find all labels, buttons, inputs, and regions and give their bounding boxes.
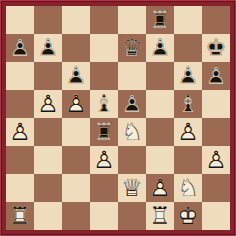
square-g3[interactable] (174, 146, 202, 174)
pawn-glyph-outline: ♙ (202, 62, 230, 90)
knight-glyph-fill: ♞ (118, 118, 146, 146)
pawn-glyph-outline: ♙ (202, 146, 230, 174)
pawn-glyph-fill: ♟ (174, 62, 202, 90)
square-g4[interactable]: ♟♙ (174, 118, 202, 146)
square-d2[interactable] (90, 174, 118, 202)
square-a3[interactable] (6, 146, 34, 174)
square-c2[interactable] (62, 174, 90, 202)
piece-white-pawn: ♟♙ (34, 90, 62, 118)
square-h6[interactable]: ♟♙ (202, 62, 230, 90)
square-f7[interactable]: ♟♙ (146, 34, 174, 62)
pawn-glyph-fill: ♟ (34, 90, 62, 118)
piece-white-pawn: ♟♙ (202, 146, 230, 174)
pawn-glyph-outline: ♙ (146, 34, 174, 62)
square-f4[interactable] (146, 118, 174, 146)
square-e1[interactable] (118, 202, 146, 230)
square-h3[interactable]: ♟♙ (202, 146, 230, 174)
pawn-glyph-outline: ♙ (90, 146, 118, 174)
pawn-glyph-outline: ♙ (146, 174, 174, 202)
rook-glyph-fill: ♜ (90, 118, 118, 146)
pawn-glyph-outline: ♙ (34, 90, 62, 118)
square-b4[interactable] (34, 118, 62, 146)
square-f3[interactable] (146, 146, 174, 174)
pawn-glyph-fill: ♟ (6, 34, 34, 62)
king-glyph-fill: ♚ (202, 34, 230, 62)
piece-black-bishop: ♝♗ (90, 90, 118, 118)
square-a8[interactable] (6, 6, 34, 34)
square-b2[interactable] (34, 174, 62, 202)
square-h2[interactable] (202, 174, 230, 202)
bishop-glyph-fill: ♝ (174, 90, 202, 118)
pawn-glyph-fill: ♟ (6, 118, 34, 146)
piece-black-pawn: ♟♙ (174, 62, 202, 90)
pawn-glyph-outline: ♙ (62, 62, 90, 90)
piece-white-knight: ♞♘ (118, 118, 146, 146)
square-d6[interactable] (90, 62, 118, 90)
square-g2[interactable]: ♞♘ (174, 174, 202, 202)
piece-black-pawn: ♟♙ (6, 34, 34, 62)
rook-glyph-outline: ♖ (146, 202, 174, 230)
pawn-glyph-fill: ♟ (174, 118, 202, 146)
piece-white-king: ♚♔ (174, 202, 202, 230)
rook-glyph-outline: ♖ (90, 118, 118, 146)
square-c7[interactable] (62, 34, 90, 62)
pawn-glyph-fill: ♟ (62, 90, 90, 118)
pawn-glyph-fill: ♟ (202, 62, 230, 90)
square-b8[interactable] (34, 6, 62, 34)
piece-white-pawn: ♟♙ (62, 90, 90, 118)
knight-glyph-outline: ♘ (174, 174, 202, 202)
square-c8[interactable] (62, 6, 90, 34)
square-d1[interactable] (90, 202, 118, 230)
queen-glyph-fill: ♛ (118, 34, 146, 62)
bishop-glyph-outline: ♗ (90, 90, 118, 118)
square-h7[interactable]: ♚♔ (202, 34, 230, 62)
piece-white-queen: ♛♕ (118, 174, 146, 202)
king-glyph-fill: ♚ (174, 202, 202, 230)
square-b7[interactable]: ♟♙ (34, 34, 62, 62)
square-f5[interactable] (146, 90, 174, 118)
pawn-glyph-fill: ♟ (146, 174, 174, 202)
square-a6[interactable] (6, 62, 34, 90)
square-d7[interactable] (90, 34, 118, 62)
square-c5[interactable]: ♟♙ (62, 90, 90, 118)
square-c1[interactable] (62, 202, 90, 230)
square-e3[interactable] (118, 146, 146, 174)
king-glyph-outline: ♔ (174, 202, 202, 230)
knight-glyph-fill: ♞ (174, 174, 202, 202)
king-glyph-outline: ♔ (202, 34, 230, 62)
piece-white-pawn: ♟♙ (174, 118, 202, 146)
square-g8[interactable] (174, 6, 202, 34)
square-e7[interactable]: ♛♕ (118, 34, 146, 62)
square-g6[interactable]: ♟♙ (174, 62, 202, 90)
piece-white-rook: ♜♖ (146, 202, 174, 230)
piece-black-pawn: ♟♙ (34, 34, 62, 62)
square-a2[interactable] (6, 174, 34, 202)
rook-glyph-fill: ♜ (146, 6, 174, 34)
pawn-glyph-outline: ♙ (174, 62, 202, 90)
bishop-glyph-fill: ♝ (90, 90, 118, 118)
square-h8[interactable] (202, 6, 230, 34)
piece-black-pawn: ♟♙ (118, 90, 146, 118)
chess-board: ♜♖♟♙♟♙♛♕♟♙♚♔♟♙♟♙♟♙♟♙♟♙♝♗♟♙♝♗♟♙♜♖♞♘♟♙♟♙♟♙… (6, 6, 230, 230)
square-c4[interactable] (62, 118, 90, 146)
piece-black-pawn: ♟♙ (146, 34, 174, 62)
square-g1[interactable]: ♚♔ (174, 202, 202, 230)
pawn-glyph-outline: ♙ (6, 34, 34, 62)
square-a1[interactable]: ♜♖ (6, 202, 34, 230)
square-e8[interactable] (118, 6, 146, 34)
square-f8[interactable]: ♜♖ (146, 6, 174, 34)
queen-glyph-outline: ♕ (118, 34, 146, 62)
square-f6[interactable] (146, 62, 174, 90)
rook-glyph-fill: ♜ (146, 202, 174, 230)
piece-black-rook: ♜♖ (90, 118, 118, 146)
knight-glyph-outline: ♘ (118, 118, 146, 146)
square-d8[interactable] (90, 6, 118, 34)
pawn-glyph-fill: ♟ (146, 34, 174, 62)
piece-white-rook: ♜♖ (6, 202, 34, 230)
pawn-glyph-fill: ♟ (202, 146, 230, 174)
square-f2[interactable]: ♟♙ (146, 174, 174, 202)
square-e2[interactable]: ♛♕ (118, 174, 146, 202)
board-frame: ♜♖♟♙♟♙♛♕♟♙♚♔♟♙♟♙♟♙♟♙♟♙♝♗♟♙♝♗♟♙♜♖♞♘♟♙♟♙♟♙… (0, 0, 236, 236)
square-b5[interactable]: ♟♙ (34, 90, 62, 118)
pawn-glyph-outline: ♙ (34, 34, 62, 62)
pawn-glyph-outline: ♙ (174, 118, 202, 146)
square-h1[interactable] (202, 202, 230, 230)
square-b3[interactable] (34, 146, 62, 174)
square-h5[interactable] (202, 90, 230, 118)
piece-black-pawn: ♟♙ (62, 62, 90, 90)
piece-black-rook: ♜♖ (146, 6, 174, 34)
square-e6[interactable] (118, 62, 146, 90)
pawn-glyph-fill: ♟ (118, 90, 146, 118)
piece-white-pawn: ♟♙ (90, 146, 118, 174)
piece-white-pawn: ♟♙ (146, 174, 174, 202)
piece-black-queen: ♛♕ (118, 34, 146, 62)
rook-glyph-outline: ♖ (6, 202, 34, 230)
pawn-glyph-outline: ♙ (62, 90, 90, 118)
queen-glyph-outline: ♕ (118, 174, 146, 202)
pawn-glyph-outline: ♙ (118, 90, 146, 118)
square-d4[interactable]: ♜♖ (90, 118, 118, 146)
piece-black-bishop: ♝♗ (174, 90, 202, 118)
square-a5[interactable] (6, 90, 34, 118)
piece-white-knight: ♞♘ (174, 174, 202, 202)
square-c6[interactable]: ♟♙ (62, 62, 90, 90)
square-c3[interactable] (62, 146, 90, 174)
square-g7[interactable] (174, 34, 202, 62)
rook-glyph-outline: ♖ (146, 6, 174, 34)
square-e5[interactable]: ♟♙ (118, 90, 146, 118)
square-f1[interactable]: ♜♖ (146, 202, 174, 230)
square-h4[interactable] (202, 118, 230, 146)
bishop-glyph-outline: ♗ (174, 90, 202, 118)
square-e4[interactable]: ♞♘ (118, 118, 146, 146)
rook-glyph-fill: ♜ (6, 202, 34, 230)
square-d3[interactable]: ♟♙ (90, 146, 118, 174)
queen-glyph-fill: ♛ (118, 174, 146, 202)
square-a4[interactable]: ♟♙ (6, 118, 34, 146)
square-b6[interactable] (34, 62, 62, 90)
pawn-glyph-outline: ♙ (6, 118, 34, 146)
pawn-glyph-fill: ♟ (34, 34, 62, 62)
square-d5[interactable]: ♝♗ (90, 90, 118, 118)
piece-black-pawn: ♟♙ (202, 62, 230, 90)
square-g5[interactable]: ♝♗ (174, 90, 202, 118)
piece-black-king: ♚♔ (202, 34, 230, 62)
pawn-glyph-fill: ♟ (90, 146, 118, 174)
pawn-glyph-fill: ♟ (62, 62, 90, 90)
square-a7[interactable]: ♟♙ (6, 34, 34, 62)
square-b1[interactable] (34, 202, 62, 230)
piece-white-pawn: ♟♙ (6, 118, 34, 146)
